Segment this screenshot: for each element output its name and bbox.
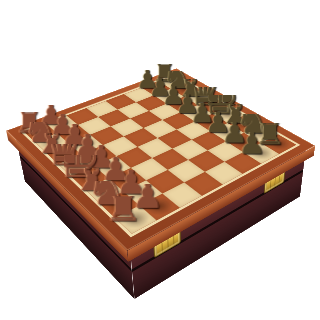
chess-board: ♜♞♝♛♚♝♞♜♟♟♟♟♟♟♟♟♟♟♟♟♟♟♟♟♜♞♝♛♚♝♞♜ — [6, 68, 315, 250]
piece-white-rook-h1: ♜ — [108, 196, 138, 226]
chess-set: ♜♞♝♛♚♝♞♜♟♟♟♟♟♟♟♟♟♟♟♟♟♟♟♟♜♞♝♛♚♝♞♜ — [8, 77, 314, 262]
piece-black-pawn-h7: ♟ — [239, 132, 265, 158]
chess-pieces: ♜♞♝♛♚♝♞♜♟♟♟♟♟♟♟♟♟♟♟♟♟♟♟♟♜♞♝♛♚♝♞♜ — [6, 68, 315, 250]
scene-3d: ♜♞♝♛♚♝♞♜♟♟♟♟♟♟♟♟♟♟♟♟♟♟♟♟♜♞♝♛♚♝♞♜ — [0, 0, 320, 320]
product-photo: ♜♞♝♛♚♝♞♜♟♟♟♟♟♟♟♟♟♟♟♟♟♟♟♟♜♞♝♛♚♝♞♜ — [0, 0, 320, 320]
